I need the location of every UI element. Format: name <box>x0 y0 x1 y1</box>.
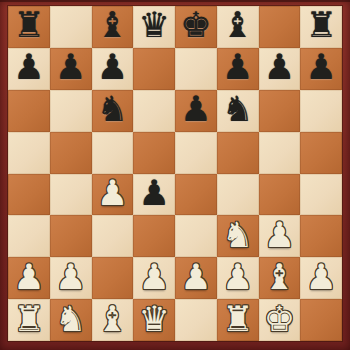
square-d2[interactable]: ♟ <box>133 257 175 299</box>
square-f7[interactable]: ♟ <box>217 48 259 90</box>
white-rook[interactable]: ♜ <box>13 302 44 337</box>
black-king[interactable]: ♚ <box>180 8 211 43</box>
square-h7[interactable]: ♟ <box>300 48 342 90</box>
square-e1[interactable] <box>175 299 217 341</box>
black-pawn[interactable]: ♟ <box>97 50 128 85</box>
square-d5[interactable] <box>133 132 175 174</box>
black-bishop[interactable]: ♝ <box>97 8 128 43</box>
white-pawn[interactable]: ♟ <box>180 260 211 295</box>
black-pawn[interactable]: ♟ <box>264 50 295 85</box>
square-e7[interactable] <box>175 48 217 90</box>
square-a2[interactable]: ♟ <box>8 257 50 299</box>
white-pawn[interactable]: ♟ <box>305 260 336 295</box>
square-h1[interactable] <box>300 299 342 341</box>
square-h3[interactable] <box>300 215 342 257</box>
white-rook[interactable]: ♜ <box>222 302 253 337</box>
white-bishop[interactable]: ♝ <box>97 302 128 337</box>
square-c3[interactable] <box>92 215 134 257</box>
black-pawn[interactable]: ♟ <box>13 50 44 85</box>
square-a8[interactable]: ♜ <box>8 6 50 48</box>
square-a7[interactable]: ♟ <box>8 48 50 90</box>
black-pawn[interactable]: ♟ <box>55 50 86 85</box>
square-d6[interactable] <box>133 90 175 132</box>
black-pawn[interactable]: ♟ <box>222 50 253 85</box>
square-g8[interactable] <box>259 6 301 48</box>
square-f8[interactable]: ♝ <box>217 6 259 48</box>
black-knight[interactable]: ♞ <box>97 92 128 127</box>
square-c6[interactable]: ♞ <box>92 90 134 132</box>
chess-board-frame: ♜♝♛♚♝♜♟♟♟♟♟♟♞♟♞♟♟♞♟♟♟♟♟♟♝♟♜♞♝♛♜♚ <box>0 0 350 350</box>
square-a6[interactable] <box>8 90 50 132</box>
square-g6[interactable] <box>259 90 301 132</box>
square-b2[interactable]: ♟ <box>50 257 92 299</box>
white-knight[interactable]: ♞ <box>222 218 253 253</box>
square-d8[interactable]: ♛ <box>133 6 175 48</box>
white-king[interactable]: ♚ <box>264 302 295 337</box>
white-knight[interactable]: ♞ <box>55 302 86 337</box>
white-pawn[interactable]: ♟ <box>264 218 295 253</box>
square-b5[interactable] <box>50 132 92 174</box>
square-a5[interactable] <box>8 132 50 174</box>
square-g2[interactable]: ♝ <box>259 257 301 299</box>
square-d3[interactable] <box>133 215 175 257</box>
square-b8[interactable] <box>50 6 92 48</box>
square-e6[interactable]: ♟ <box>175 90 217 132</box>
square-f3[interactable]: ♞ <box>217 215 259 257</box>
white-pawn[interactable]: ♟ <box>13 260 44 295</box>
square-d7[interactable] <box>133 48 175 90</box>
square-b3[interactable] <box>50 215 92 257</box>
black-pawn[interactable]: ♟ <box>180 92 211 127</box>
square-g7[interactable]: ♟ <box>259 48 301 90</box>
square-h8[interactable]: ♜ <box>300 6 342 48</box>
white-pawn[interactable]: ♟ <box>55 260 86 295</box>
square-d4[interactable]: ♟ <box>133 174 175 216</box>
black-knight[interactable]: ♞ <box>222 92 253 127</box>
square-e3[interactable] <box>175 215 217 257</box>
square-c5[interactable] <box>92 132 134 174</box>
square-d1[interactable]: ♛ <box>133 299 175 341</box>
white-bishop[interactable]: ♝ <box>264 260 295 295</box>
black-rook[interactable]: ♜ <box>13 8 44 43</box>
square-f2[interactable]: ♟ <box>217 257 259 299</box>
square-e8[interactable]: ♚ <box>175 6 217 48</box>
chess-board: ♜♝♛♚♝♜♟♟♟♟♟♟♞♟♞♟♟♞♟♟♟♟♟♟♝♟♜♞♝♛♜♚ <box>8 6 342 341</box>
square-f5[interactable] <box>217 132 259 174</box>
square-b6[interactable] <box>50 90 92 132</box>
square-h6[interactable] <box>300 90 342 132</box>
square-f6[interactable]: ♞ <box>217 90 259 132</box>
square-c4[interactable]: ♟ <box>92 174 134 216</box>
black-pawn[interactable]: ♟ <box>138 176 169 211</box>
black-queen[interactable]: ♛ <box>138 8 169 43</box>
square-c8[interactable]: ♝ <box>92 6 134 48</box>
square-g4[interactable] <box>259 174 301 216</box>
square-c7[interactable]: ♟ <box>92 48 134 90</box>
white-queen[interactable]: ♛ <box>138 302 169 337</box>
square-g1[interactable]: ♚ <box>259 299 301 341</box>
square-f1[interactable]: ♜ <box>217 299 259 341</box>
square-f4[interactable] <box>217 174 259 216</box>
square-b7[interactable]: ♟ <box>50 48 92 90</box>
square-g5[interactable] <box>259 132 301 174</box>
square-e5[interactable] <box>175 132 217 174</box>
square-h4[interactable] <box>300 174 342 216</box>
square-b1[interactable]: ♞ <box>50 299 92 341</box>
square-h2[interactable]: ♟ <box>300 257 342 299</box>
square-g3[interactable]: ♟ <box>259 215 301 257</box>
black-pawn[interactable]: ♟ <box>305 50 336 85</box>
white-pawn[interactable]: ♟ <box>222 260 253 295</box>
square-e2[interactable]: ♟ <box>175 257 217 299</box>
square-a4[interactable] <box>8 174 50 216</box>
square-a1[interactable]: ♜ <box>8 299 50 341</box>
white-pawn[interactable]: ♟ <box>97 176 128 211</box>
white-pawn[interactable]: ♟ <box>138 260 169 295</box>
black-rook[interactable]: ♜ <box>305 8 336 43</box>
square-c1[interactable]: ♝ <box>92 299 134 341</box>
black-bishop[interactable]: ♝ <box>222 8 253 43</box>
square-a3[interactable] <box>8 215 50 257</box>
square-h5[interactable] <box>300 132 342 174</box>
square-b4[interactable] <box>50 174 92 216</box>
square-e4[interactable] <box>175 174 217 216</box>
square-c2[interactable] <box>92 257 134 299</box>
